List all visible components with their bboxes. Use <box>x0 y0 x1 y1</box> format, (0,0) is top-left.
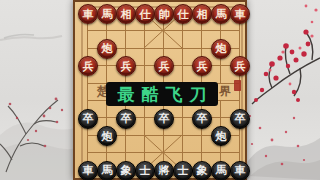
piece-red-r3c8[interactable]: 兵 <box>230 56 250 76</box>
xiangqi-app-screen: 楚 河 漢 界 車馬相仕帥仕相馬車炮炮兵兵兵兵兵卒卒卒卒卒炮炮車馬象士將士象馬車… <box>0 0 320 180</box>
xiangqi-board[interactable]: 楚 河 漢 界 車馬相仕帥仕相馬車炮炮兵兵兵兵兵卒卒卒卒卒炮炮車馬象士將士象馬車… <box>73 0 247 180</box>
piece-black-r6c4[interactable]: 卒 <box>154 109 174 129</box>
piece-black-r9c6[interactable]: 象 <box>192 161 212 180</box>
piece-red-r3c2[interactable]: 兵 <box>116 56 136 76</box>
piece-black-r6c0[interactable]: 卒 <box>78 109 98 129</box>
piece-black-r9c4[interactable]: 將 <box>154 161 174 180</box>
piece-red-r0c1[interactable]: 馬 <box>97 4 117 24</box>
promo-banner-text: 最酷飞刀 <box>111 83 214 106</box>
piece-red-r2c1[interactable]: 炮 <box>97 39 117 59</box>
piece-red-r0c3[interactable]: 仕 <box>135 4 155 24</box>
piece-black-r7c7[interactable]: 炮 <box>211 126 231 146</box>
piece-black-r9c2[interactable]: 象 <box>116 161 136 180</box>
piece-red-r3c4[interactable]: 兵 <box>154 56 174 76</box>
piece-black-r9c5[interactable]: 士 <box>173 161 193 180</box>
piece-black-r6c6[interactable]: 卒 <box>192 109 212 129</box>
piece-red-r0c7[interactable]: 馬 <box>211 4 231 24</box>
piece-black-r9c0[interactable]: 車 <box>78 161 98 180</box>
piece-red-r0c2[interactable]: 相 <box>116 4 136 24</box>
piece-red-r0c4[interactable]: 帥 <box>154 4 174 24</box>
piece-black-r9c1[interactable]: 馬 <box>97 161 117 180</box>
piece-red-r2c7[interactable]: 炮 <box>211 39 231 59</box>
piece-red-r0c6[interactable]: 相 <box>192 4 212 24</box>
piece-black-r6c2[interactable]: 卒 <box>116 109 136 129</box>
piece-red-r0c0[interactable]: 車 <box>78 4 98 24</box>
ink-painting-right <box>242 0 320 180</box>
piece-black-r9c3[interactable]: 士 <box>135 161 155 180</box>
piece-red-r0c8[interactable]: 車 <box>230 4 250 24</box>
piece-black-r9c8[interactable]: 車 <box>230 161 250 180</box>
promo-banner: 最酷飞刀 <box>106 82 218 106</box>
piece-black-r9c7[interactable]: 馬 <box>211 161 231 180</box>
piece-black-r7c1[interactable]: 炮 <box>97 126 117 146</box>
piece-red-r0c5[interactable]: 仕 <box>173 4 193 24</box>
piece-black-r6c8[interactable]: 卒 <box>230 109 250 129</box>
piece-red-r3c6[interactable]: 兵 <box>192 56 212 76</box>
piece-red-r3c0[interactable]: 兵 <box>78 56 98 76</box>
ink-painting-left <box>0 0 78 180</box>
